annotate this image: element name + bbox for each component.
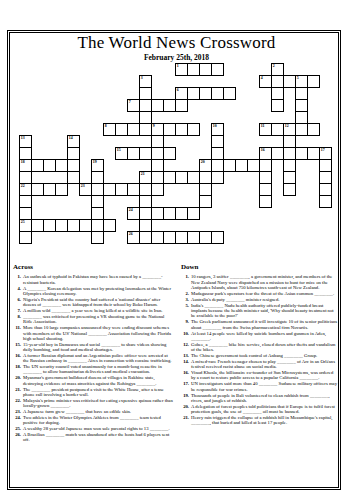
clue-item: 2.Madagascar park's operators fear the t…	[181, 291, 338, 296]
clue-item: 13.The Chinese government took control o…	[181, 353, 338, 358]
clue-text: A wealthy 28 year-old Japanese man won s…	[23, 426, 174, 431]
clue-number-label: 21	[141, 172, 145, 177]
clue-item: 25.A wealthy 28 year-old Japanese man wo…	[13, 426, 174, 431]
clue-number: 22.	[13, 398, 23, 409]
grid-cell[interactable]	[163, 147, 176, 160]
clue-item: 16.Vinod Khosla, the billionaire co-foun…	[181, 370, 338, 381]
grid-cell[interactable]	[307, 75, 320, 88]
clue-number-label: 18	[21, 160, 25, 165]
clue-text: Australia's deputy ________ minister res…	[191, 297, 338, 302]
clue-number: 3.	[181, 297, 191, 302]
clue-item: 20.Myanmar's government bulldozed dozens…	[13, 375, 174, 386]
clue-item: 6.Nigeria's President said the country h…	[13, 297, 174, 308]
clue-number: 10.	[181, 331, 191, 342]
clue-number: 26.	[13, 432, 23, 443]
clue-number-label: 17	[321, 148, 325, 153]
clue-number-label: 3	[141, 76, 143, 81]
puzzle-title: The World News Crossword	[0, 33, 353, 53]
clue-number: 9.	[181, 319, 191, 330]
clue-text: 10 rangers, 3 sniffer ________, a govern…	[191, 274, 338, 290]
clue-text: The Chinese government took control of A…	[191, 353, 338, 358]
clue-number-label: 20	[201, 160, 205, 165]
clue-text: Malaysia's prime minister was criticised…	[23, 398, 174, 409]
clue-item: 21.The ________ president postponed a vi…	[13, 387, 174, 398]
grid-cell[interactable]	[19, 231, 32, 244]
clue-number: 6.	[13, 297, 23, 308]
grid-cell[interactable]	[55, 183, 68, 196]
clue-number: 1.	[13, 274, 23, 285]
clue-number: 2.	[181, 291, 191, 296]
grid-cell[interactable]	[151, 183, 164, 196]
clue-item: 22.Malaysia's prime minister was critici…	[13, 398, 174, 409]
clue-item: 9.The Greek parliament announced it will…	[181, 319, 338, 330]
clue-item: 20.A delegation of forest peoples told p…	[181, 404, 338, 415]
clue-number: 21.	[13, 387, 23, 398]
clue-text: Thousands of people in Bali volunteered …	[191, 393, 338, 404]
clue-text: Heavy rain triggered the collapse of a r…	[191, 415, 338, 426]
clue-text: Myanmar's government bulldozed dozens of…	[23, 375, 174, 386]
clue-number: 24.	[13, 415, 23, 426]
clue-number: 13.	[181, 353, 191, 358]
clue-number: 7.	[13, 308, 23, 313]
clue-item: 14.A mixed-race French teenager chosen t…	[181, 359, 338, 370]
clue-number-label: 19	[93, 160, 97, 165]
clue-item: 21.Heavy rain triggered the collapse of …	[181, 415, 338, 426]
clue-number-label: 24	[129, 208, 133, 213]
grid-cell[interactable]	[103, 219, 116, 232]
clue-number: 25.	[13, 426, 23, 431]
clue-number: 15.	[13, 342, 23, 353]
clue-text: Two athletes in the Winter Olympics Athl…	[23, 415, 174, 426]
clue-number: 5.	[181, 303, 191, 319]
grid-cell[interactable]	[211, 63, 224, 76]
clue-item: 10.At least 14 people were killed by sui…	[181, 331, 338, 342]
clue-text: 15-year-old boy in Damascus used social …	[23, 342, 174, 353]
clue-number: 18.	[13, 364, 23, 375]
clue-item: 3.Australia's deputy ________ minister r…	[181, 297, 338, 302]
clue-number-label: 15	[117, 148, 121, 153]
clue-number: 20.	[13, 375, 23, 386]
clue-item: 16.A former Russian diplomat and an Arge…	[13, 353, 174, 364]
clue-number-label: 10	[213, 124, 217, 129]
clue-item: 23.A Japanese farm grew ________ that ha…	[13, 409, 174, 414]
clue-item: 7.A million wild ________ a year were be…	[13, 308, 174, 313]
clue-number: 11.	[13, 325, 23, 341]
clue-text: A former Russian diplomat and an Argenti…	[23, 353, 174, 364]
grid-cell[interactable]	[175, 99, 188, 112]
clue-text: India's ________ Nadu health authority o…	[191, 303, 338, 319]
clue-number-label: 7	[129, 100, 131, 105]
clue-number-label: 13	[21, 136, 25, 141]
grid-cell[interactable]	[259, 195, 272, 208]
clue-number-label: 2	[273, 64, 275, 69]
clue-text: At least 14 people were killed by suicid…	[191, 331, 338, 342]
down-header: Down	[181, 264, 338, 272]
grid-cell[interactable]	[307, 123, 320, 136]
grid-cell[interactable]	[211, 171, 224, 184]
clue-item: 17.UN investigators said more than 40 __…	[181, 381, 338, 392]
clue-number-label: 1	[177, 64, 179, 69]
clue-number: 1.	[181, 274, 191, 290]
clue-number: 14.	[181, 359, 191, 370]
clue-item: 11.More than 10 large companies announce…	[13, 325, 174, 341]
clue-text: A Brazilian ________ match was abandoned…	[23, 432, 174, 443]
clue-number-label: 23	[81, 184, 85, 189]
clue-item: 26.A Brazilian ________ match was abando…	[13, 432, 174, 443]
clue-number: 16.	[13, 353, 23, 364]
clue-number: 16.	[181, 370, 191, 381]
clue-text: More than 10 large companies announced t…	[23, 325, 174, 341]
clue-item: 4.A ________ Korean delegation was met b…	[13, 286, 174, 297]
clue-item: 24.Two athletes in the Winter Olympics A…	[13, 415, 174, 426]
clue-text: A mixed-race French teenager chosen to p…	[191, 359, 338, 370]
clue-text: A ________ Korean delegation was met by …	[23, 286, 174, 297]
clue-number-label: 4	[261, 76, 263, 81]
clue-number-label: 22	[21, 184, 25, 189]
crossword-grid: 1234567891011121314151617181920212223242…	[19, 63, 333, 245]
clue-number: 17.	[181, 381, 191, 392]
grid-cell[interactable]	[91, 231, 104, 244]
clue-text: Madagascar park's operators fear the thr…	[191, 291, 338, 296]
grid-cell[interactable]	[223, 87, 236, 100]
across-clue-list: 1.An outbreak of typhoid in Pakistan may…	[13, 274, 174, 442]
clue-number-label: 14	[69, 136, 73, 141]
clue-text: UN investigators said more than 40 _____…	[191, 381, 338, 392]
across-clues-column: Across 1.An outbreak of typhoid in Pakis…	[13, 264, 174, 443]
across-header: Across	[13, 264, 174, 272]
clue-text: ________ was criticised for presenting a…	[23, 314, 174, 325]
clue-item: 18.The UN security council voted unanimo…	[13, 364, 174, 375]
clue-text: The ________ president postponed a visit…	[23, 387, 174, 398]
clue-number-label: 11	[261, 124, 265, 129]
clue-number-label: 9	[153, 124, 155, 129]
grid-cell[interactable]	[199, 195, 212, 208]
down-clues-column: Down 1.10 rangers, 3 sniffer ________, a…	[181, 264, 338, 426]
clue-number: 23.	[13, 409, 23, 414]
clue-number-label: 5	[297, 76, 299, 81]
clue-item: 15.15-year-old boy in Damascus used soci…	[13, 342, 174, 353]
clue-text: Nigeria's President said the country had…	[23, 297, 174, 308]
clue-text: The Greek parliament announced it will i…	[191, 319, 338, 330]
down-clue-list: 1.10 rangers, 3 sniffer ________, a gove…	[181, 274, 338, 425]
clue-item: 8.________ was criticised for presenting…	[13, 314, 174, 325]
clue-number-label: 6	[177, 88, 179, 93]
clue-text: Gobee, a ________ bike hire service, clo…	[191, 342, 338, 353]
clue-text: An outbreak of typhoid in Pakistan may h…	[23, 274, 174, 285]
clue-number: 20.	[181, 404, 191, 415]
clue-text: A million wild ________ a year were bein…	[23, 308, 174, 313]
grid-cell[interactable]	[187, 207, 200, 220]
grid-cell[interactable]	[271, 99, 284, 112]
grid-cell[interactable]	[211, 231, 224, 244]
clue-number: 12.	[181, 342, 191, 353]
clue-number: 4.	[13, 286, 23, 297]
grid-cell[interactable]	[319, 195, 332, 208]
clue-text: A delegation of forest peoples told poli…	[191, 404, 338, 415]
grid-cell[interactable]	[187, 123, 200, 136]
clue-number-label: 12	[285, 124, 289, 129]
puzzle-date: February 25th, 2018	[0, 53, 353, 62]
clue-number: 21.	[181, 415, 191, 426]
clue-text: A Japanese farm grew ________ that have …	[23, 409, 174, 414]
grid-cell[interactable]	[283, 183, 296, 196]
clue-number-label: 16	[261, 148, 265, 153]
clue-item: 1.10 rangers, 3 sniffer ________, a gove…	[181, 274, 338, 290]
clue-number: 19.	[181, 393, 191, 404]
clue-number-label: 26	[129, 232, 133, 237]
clue-item: 5.India's ________ Nadu health authority…	[181, 303, 338, 319]
clue-number-label: 25	[21, 220, 25, 225]
clue-item: 12.Gobee, a ________ bike hire service, …	[181, 342, 338, 353]
clue-number: 8.	[13, 314, 23, 325]
clue-text: The UN security council voted unanimousl…	[23, 364, 174, 375]
clue-number-label: 8	[105, 124, 107, 129]
clue-item: 1.An outbreak of typhoid in Pakistan may…	[13, 274, 174, 285]
clue-text: Vinod Khosla, the billionaire co-founder…	[191, 370, 338, 381]
clue-item: 19.Thousands of people in Bali volunteer…	[181, 393, 338, 404]
